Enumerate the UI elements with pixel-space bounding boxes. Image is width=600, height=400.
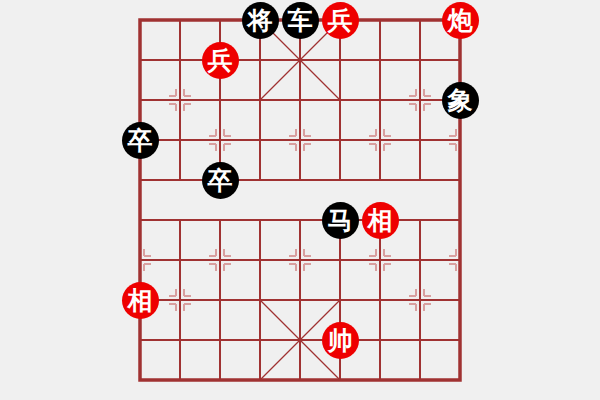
piece-red-elephant[interactable]: 相 <box>122 282 159 319</box>
piece-red-soldier[interactable]: 兵 <box>322 2 359 39</box>
xiangqi-app: 将车兵炮兵象卒卒马相相帅 <box>0 0 600 400</box>
piece-black-horse[interactable]: 马 <box>322 202 359 239</box>
piece-red-general[interactable]: 帅 <box>322 322 359 359</box>
piece-black-elephant[interactable]: 象 <box>442 82 479 119</box>
piece-black-soldier[interactable]: 卒 <box>122 122 159 159</box>
piece-black-general[interactable]: 将 <box>242 2 279 39</box>
piece-red-soldier[interactable]: 兵 <box>202 42 239 79</box>
xiangqi-board[interactable]: 将车兵炮兵象卒卒马相相帅 <box>120 0 480 400</box>
piece-black-chariot[interactable]: 车 <box>282 2 319 39</box>
piece-red-cannon[interactable]: 炮 <box>442 2 479 39</box>
piece-black-soldier[interactable]: 卒 <box>202 162 239 199</box>
piece-red-elephant[interactable]: 相 <box>362 202 399 239</box>
